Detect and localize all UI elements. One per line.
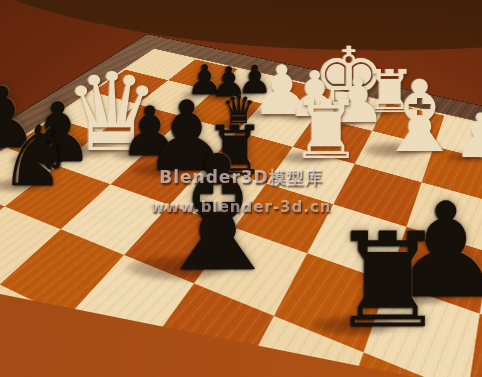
chess-scene: ♟♟♟♚♜♟♟♟♛♟♛♝♟♟♜♟♟♜♞♝♟♜ Blender3D模型库 www.… <box>0 0 482 377</box>
